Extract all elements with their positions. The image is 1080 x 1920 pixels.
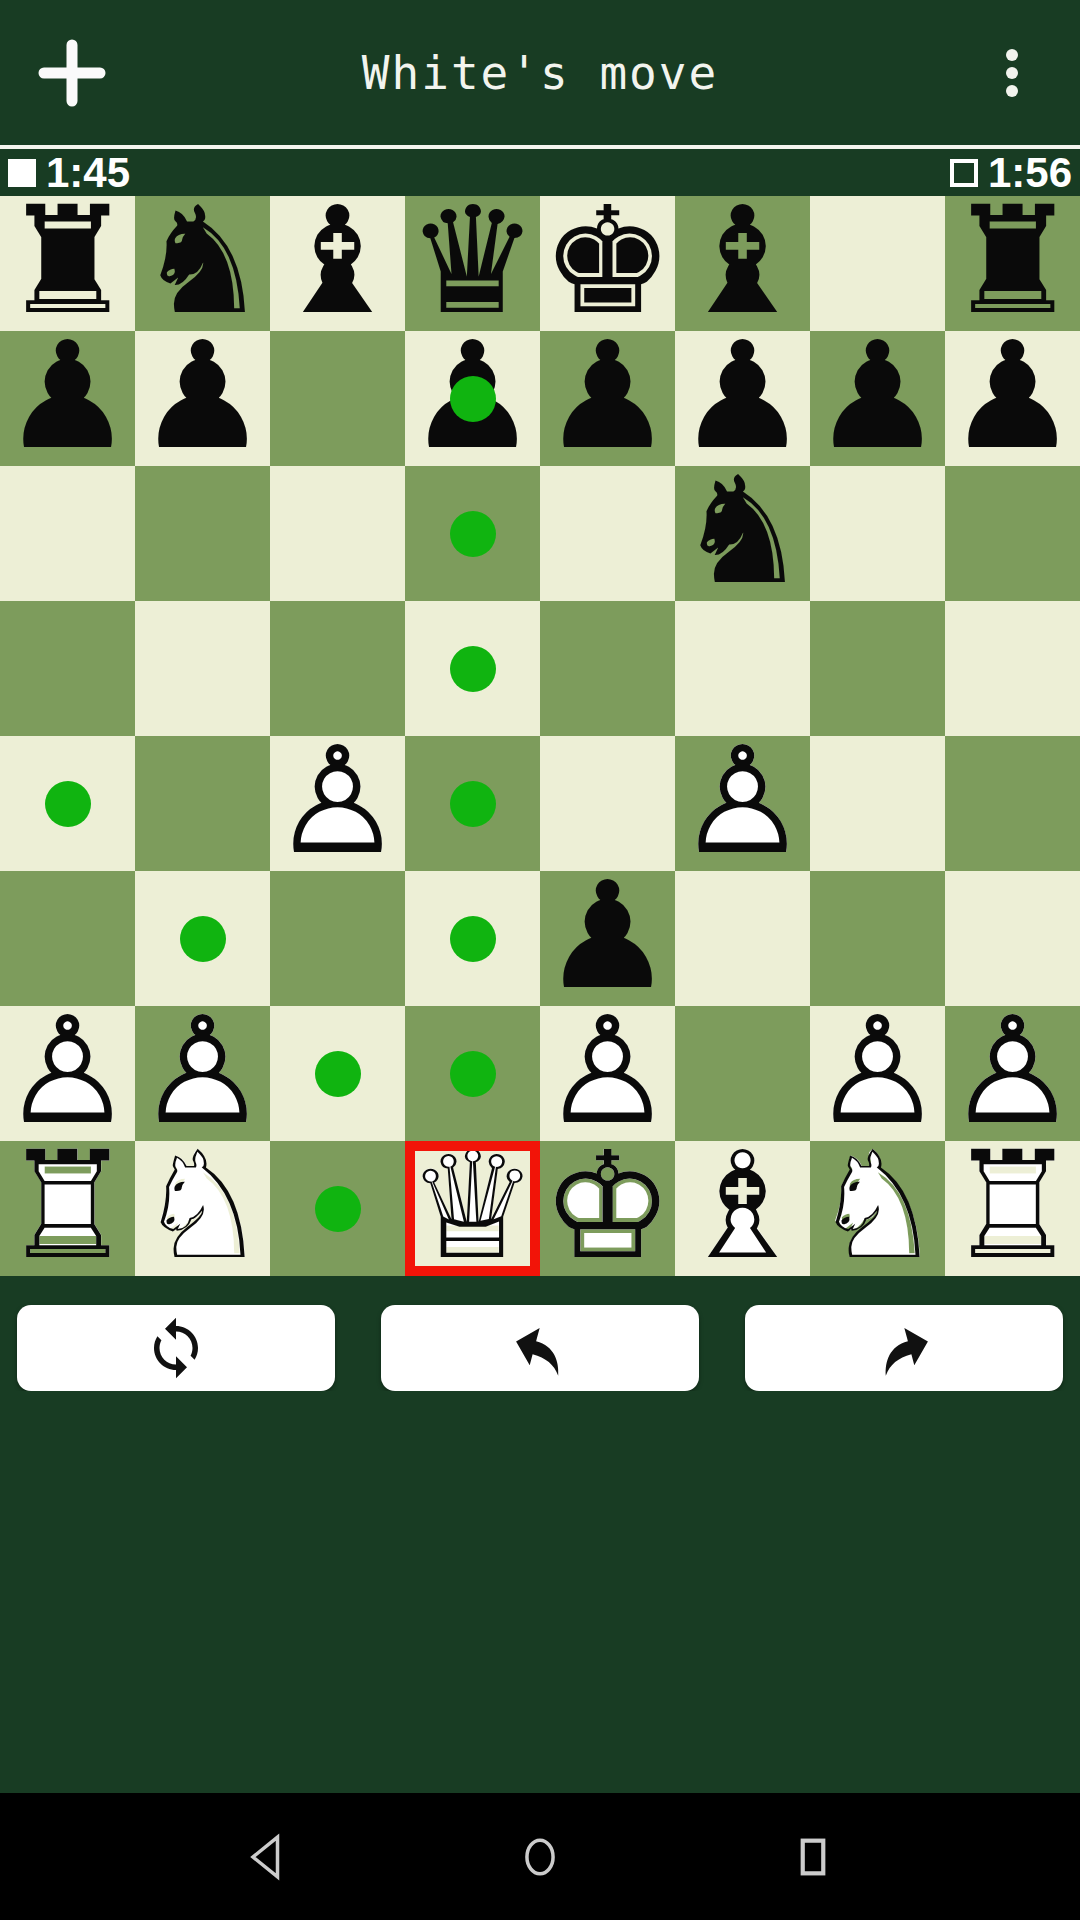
redo-button[interactable] <box>745 1305 1063 1391</box>
legal-move-dot[interactable] <box>450 646 496 692</box>
legal-move-dot[interactable] <box>450 376 496 422</box>
square-e7[interactable]: ♟ <box>540 331 675 466</box>
white-knight: ♞♘ <box>810 1141 945 1276</box>
legal-move-dot[interactable] <box>450 781 496 827</box>
overflow-menu-button[interactable] <box>992 35 1032 111</box>
square-e5[interactable] <box>540 601 675 736</box>
legal-move-dot[interactable] <box>450 1051 496 1097</box>
undo-button[interactable] <box>381 1305 699 1391</box>
square-c7[interactable] <box>270 331 405 466</box>
square-g7[interactable]: ♟ <box>810 331 945 466</box>
square-g5[interactable] <box>810 601 945 736</box>
square-h5[interactable] <box>945 601 1080 736</box>
white-knight: ♞♘ <box>135 1141 270 1276</box>
recents-square-icon <box>785 1829 841 1885</box>
chess-board: ♜♞♝♛♚♝♜♟♟♟♟♟♟♟♞♟♙♟♙♟♟♙♟♙♟♙♟♙♟♙♜♖♞♘♛♕♚♔♝♗… <box>0 196 1080 1276</box>
square-b5[interactable] <box>135 601 270 736</box>
square-a1[interactable]: ♜♖ <box>0 1141 135 1276</box>
square-c4[interactable]: ♟♙ <box>270 736 405 871</box>
app-bar: White's move <box>0 0 1080 145</box>
square-g1[interactable]: ♞♘ <box>810 1141 945 1276</box>
square-f3[interactable] <box>675 871 810 1006</box>
square-b4[interactable] <box>135 736 270 871</box>
square-a6[interactable] <box>0 466 135 601</box>
vertical-ellipsis-icon <box>1006 67 1018 79</box>
redo-arrow-icon <box>871 1315 937 1381</box>
square-d7[interactable]: ♟ <box>405 331 540 466</box>
square-f1[interactable]: ♝♗ <box>675 1141 810 1276</box>
white-rook: ♜♖ <box>0 1141 135 1276</box>
square-h7[interactable]: ♟ <box>945 331 1080 466</box>
square-g6[interactable] <box>810 466 945 601</box>
square-c8[interactable]: ♝ <box>270 196 405 331</box>
black-bishop: ♝ <box>270 196 405 331</box>
white-pawn: ♟♙ <box>675 736 810 871</box>
legal-move-dot[interactable] <box>315 1051 361 1097</box>
square-b7[interactable]: ♟ <box>135 331 270 466</box>
square-b6[interactable] <box>135 466 270 601</box>
flip-board-button[interactable] <box>17 1305 335 1391</box>
legal-move-dot[interactable] <box>450 511 496 557</box>
square-c1[interactable] <box>270 1141 405 1276</box>
square-f6[interactable]: ♞ <box>675 466 810 601</box>
square-c6[interactable] <box>270 466 405 601</box>
vertical-ellipsis-icon <box>1006 49 1018 61</box>
sync-icon <box>143 1315 209 1381</box>
white-queen: ♛♕ <box>405 1141 540 1276</box>
square-g4[interactable] <box>810 736 945 871</box>
black-knight: ♞ <box>675 466 810 601</box>
square-c3[interactable] <box>270 871 405 1006</box>
controls-bar <box>0 1276 1080 1391</box>
home-circle-icon <box>512 1829 568 1885</box>
legal-move-dot[interactable] <box>180 916 226 962</box>
black-pawn: ♟ <box>0 331 135 466</box>
square-d3[interactable] <box>405 871 540 1006</box>
square-e1[interactable]: ♚♔ <box>540 1141 675 1276</box>
legal-move-dot[interactable] <box>450 916 496 962</box>
legal-move-dot[interactable] <box>45 781 91 827</box>
nav-back-button[interactable] <box>207 1829 327 1885</box>
square-a5[interactable] <box>0 601 135 736</box>
page-title: White's move <box>0 46 1080 100</box>
square-a7[interactable]: ♟ <box>0 331 135 466</box>
white-bishop: ♝♗ <box>675 1141 810 1276</box>
square-c2[interactable] <box>270 1006 405 1141</box>
android-nav-bar <box>0 1793 1080 1920</box>
vertical-ellipsis-icon <box>1006 85 1018 97</box>
nav-recents-button[interactable] <box>753 1829 873 1885</box>
square-d1[interactable]: ♛♕ <box>405 1141 540 1276</box>
undo-arrow-icon <box>507 1315 573 1381</box>
nav-home-button[interactable] <box>480 1829 600 1885</box>
square-e6[interactable] <box>540 466 675 601</box>
square-f4[interactable]: ♟♙ <box>675 736 810 871</box>
black-pawn: ♟ <box>810 331 945 466</box>
white-pawn: ♟♙ <box>270 736 405 871</box>
square-a4[interactable] <box>0 736 135 871</box>
background-filler <box>0 1391 1080 1793</box>
square-d5[interactable] <box>405 601 540 736</box>
square-d6[interactable] <box>405 466 540 601</box>
square-b1[interactable]: ♞♘ <box>135 1141 270 1276</box>
white-rook: ♜♖ <box>945 1141 1080 1276</box>
legal-move-dot[interactable] <box>315 1186 361 1232</box>
black-pawn: ♟ <box>135 331 270 466</box>
black-pawn: ♟ <box>945 331 1080 466</box>
square-d4[interactable] <box>405 736 540 871</box>
black-pawn: ♟ <box>540 331 675 466</box>
square-h4[interactable] <box>945 736 1080 871</box>
back-triangle-icon <box>239 1829 295 1885</box>
square-h1[interactable]: ♜♖ <box>945 1141 1080 1276</box>
white-king: ♚♔ <box>540 1141 675 1276</box>
square-h6[interactable] <box>945 466 1080 601</box>
